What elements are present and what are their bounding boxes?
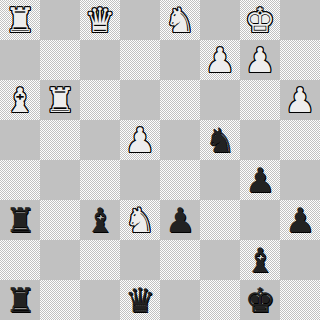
square-d5[interactable]: ♟ <box>120 120 160 160</box>
square-f7[interactable]: ♟ <box>200 40 240 80</box>
square-f2[interactable] <box>200 240 240 280</box>
square-d1[interactable]: ♛ <box>120 280 160 320</box>
square-g5[interactable] <box>240 120 280 160</box>
white-pawn-d5: ♟ <box>125 120 155 160</box>
square-e5[interactable] <box>160 120 200 160</box>
square-h6[interactable]: ♟ <box>280 80 320 120</box>
black-rook-a1: ♜ <box>5 280 35 320</box>
square-a8[interactable]: ♜ <box>0 0 40 40</box>
square-c8[interactable]: ♛ <box>80 0 120 40</box>
square-f6[interactable] <box>200 80 240 120</box>
square-h3[interactable]: ♟ <box>280 200 320 240</box>
square-h1[interactable] <box>280 280 320 320</box>
square-g8[interactable]: ♚ <box>240 0 280 40</box>
black-knight-f5: ♞ <box>205 120 235 160</box>
square-f5[interactable]: ♞ <box>200 120 240 160</box>
square-c6[interactable] <box>80 80 120 120</box>
white-bishop-a6: ♝ <box>5 80 35 120</box>
white-knight-d3: ♞ <box>125 200 155 240</box>
square-f3[interactable] <box>200 200 240 240</box>
square-f4[interactable] <box>200 160 240 200</box>
square-b5[interactable] <box>40 120 80 160</box>
square-g6[interactable] <box>240 80 280 120</box>
square-a2[interactable] <box>0 240 40 280</box>
black-pawn-g4: ♟ <box>245 160 275 200</box>
square-f1[interactable] <box>200 280 240 320</box>
square-e4[interactable] <box>160 160 200 200</box>
black-pawn-h3: ♟ <box>285 200 315 240</box>
square-c4[interactable] <box>80 160 120 200</box>
square-e6[interactable] <box>160 80 200 120</box>
white-knight-e8: ♞ <box>165 0 195 40</box>
black-bishop-c3: ♝ <box>85 200 115 240</box>
square-d3[interactable]: ♞ <box>120 200 160 240</box>
square-d4[interactable] <box>120 160 160 200</box>
square-h2[interactable] <box>280 240 320 280</box>
square-c7[interactable] <box>80 40 120 80</box>
square-e8[interactable]: ♞ <box>160 0 200 40</box>
square-g7[interactable]: ♟ <box>240 40 280 80</box>
square-b1[interactable] <box>40 280 80 320</box>
white-queen-c8: ♛ <box>85 0 115 40</box>
square-e1[interactable] <box>160 280 200 320</box>
square-c2[interactable] <box>80 240 120 280</box>
black-pawn-e3: ♟ <box>165 200 195 240</box>
square-a1[interactable]: ♜ <box>0 280 40 320</box>
square-c5[interactable] <box>80 120 120 160</box>
black-queen-d1: ♛ <box>125 280 155 320</box>
square-b8[interactable] <box>40 0 80 40</box>
square-b7[interactable] <box>40 40 80 80</box>
square-a3[interactable]: ♜ <box>0 200 40 240</box>
square-c3[interactable]: ♝ <box>80 200 120 240</box>
square-g1[interactable]: ♚ <box>240 280 280 320</box>
white-rook-a8: ♜ <box>5 0 35 40</box>
white-rook-b6: ♜ <box>45 80 75 120</box>
square-d2[interactable] <box>120 240 160 280</box>
square-a4[interactable] <box>0 160 40 200</box>
white-king-g8: ♚ <box>245 0 275 40</box>
square-d6[interactable] <box>120 80 160 120</box>
square-g2[interactable]: ♝ <box>240 240 280 280</box>
square-e7[interactable] <box>160 40 200 80</box>
square-b2[interactable] <box>40 240 80 280</box>
square-a5[interactable] <box>0 120 40 160</box>
square-e2[interactable] <box>160 240 200 280</box>
square-d8[interactable] <box>120 0 160 40</box>
square-h4[interactable] <box>280 160 320 200</box>
square-a7[interactable] <box>0 40 40 80</box>
white-pawn-g7: ♟ <box>245 40 275 80</box>
square-b6[interactable]: ♜ <box>40 80 80 120</box>
square-h8[interactable] <box>280 0 320 40</box>
square-a6[interactable]: ♝ <box>0 80 40 120</box>
square-g3[interactable] <box>240 200 280 240</box>
square-d7[interactable] <box>120 40 160 80</box>
square-h5[interactable] <box>280 120 320 160</box>
chess-board: ♜♛♞♚♟♟♝♜♟♟♞♟♜♝♞♟♟♝♜♛♚ <box>0 0 320 320</box>
black-king-g1: ♚ <box>245 280 275 320</box>
square-b3[interactable] <box>40 200 80 240</box>
square-g4[interactable]: ♟ <box>240 160 280 200</box>
black-bishop-g2: ♝ <box>245 240 275 280</box>
square-h7[interactable] <box>280 40 320 80</box>
square-b4[interactable] <box>40 160 80 200</box>
white-pawn-h6: ♟ <box>285 80 315 120</box>
black-rook-a3: ♜ <box>5 200 35 240</box>
square-c1[interactable] <box>80 280 120 320</box>
square-f8[interactable] <box>200 0 240 40</box>
square-e3[interactable]: ♟ <box>160 200 200 240</box>
white-pawn-f7: ♟ <box>205 40 235 80</box>
